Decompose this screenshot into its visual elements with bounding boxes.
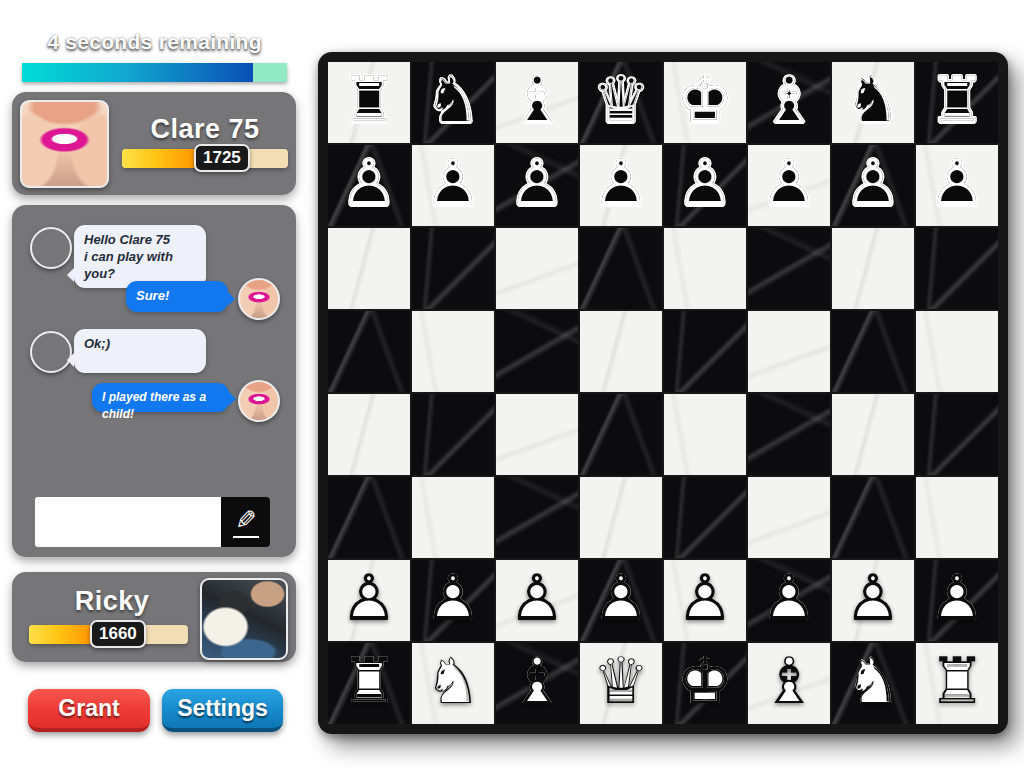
square-h1[interactable]: ♜♖ — [916, 643, 998, 724]
square-c6[interactable] — [496, 228, 578, 309]
square-f5[interactable] — [748, 311, 830, 392]
square-h6[interactable] — [916, 228, 998, 309]
settings-button[interactable]: Settings — [162, 689, 283, 732]
player-name-top: Clare 75 — [122, 114, 288, 145]
piece-white-rook[interactable]: ♜♖ — [916, 643, 998, 724]
square-e8[interactable]: ♚♔ — [664, 62, 746, 143]
piece-black-pawn[interactable]: ♟♙ — [748, 145, 830, 226]
square-g3[interactable] — [832, 477, 914, 558]
square-b3[interactable] — [412, 477, 494, 558]
piece-black-rook[interactable]: ♜♖ — [916, 62, 998, 143]
square-g5[interactable] — [832, 311, 914, 392]
avatar-ricky — [200, 578, 288, 660]
square-b5[interactable] — [412, 311, 494, 392]
piece-black-pawn[interactable]: ♟♙ — [328, 145, 410, 226]
piece-black-pawn[interactable]: ♟♙ — [580, 145, 662, 226]
square-f6[interactable] — [748, 228, 830, 309]
piece-black-pawn[interactable]: ♟♙ — [832, 145, 914, 226]
square-c3[interactable] — [496, 477, 578, 558]
square-b7[interactable]: ♟♙ — [412, 145, 494, 226]
square-f7[interactable]: ♟♙ — [748, 145, 830, 226]
square-g8[interactable]: ♞♘ — [832, 62, 914, 143]
piece-white-pawn[interactable]: ♟♙ — [412, 560, 494, 641]
chat-message: Sure! — [126, 281, 228, 312]
square-e3[interactable] — [664, 477, 746, 558]
avatar-clare-small — [238, 278, 280, 320]
piece-white-knight[interactable]: ♞♘ — [412, 643, 494, 724]
square-b2[interactable]: ♟♙ — [412, 560, 494, 641]
timer-fill — [22, 63, 253, 82]
rating-bar-top: 1725 — [122, 149, 288, 168]
pencil-icon: ✎ — [235, 507, 257, 533]
square-a2[interactable]: ♟♙ — [328, 560, 410, 641]
avatar-clare-small — [238, 380, 280, 422]
timer-label: 4 seconds remaining — [22, 30, 287, 54]
square-g2[interactable]: ♟♙ — [832, 560, 914, 641]
square-h2[interactable]: ♟♙ — [916, 560, 998, 641]
rating-badge-top: 1725 — [194, 144, 250, 172]
rating-bar-bottom: 1660 — [29, 625, 188, 644]
piece-white-bishop[interactable]: ♝♗ — [748, 643, 830, 724]
timer-bar — [22, 63, 287, 82]
piece-black-knight[interactable]: ♞♘ — [832, 62, 914, 143]
square-a7[interactable]: ♟♙ — [328, 145, 410, 226]
player-card-top: Clare 75 1725 — [12, 92, 296, 195]
square-f2[interactable]: ♟♙ — [748, 560, 830, 641]
player-name-bottom: Ricky — [22, 586, 202, 617]
chat-message: I played there as a child! — [92, 383, 229, 412]
square-h8[interactable]: ♜♖ — [916, 62, 998, 143]
piece-black-rook[interactable]: ♜♖ — [328, 62, 410, 143]
piece-black-pawn[interactable]: ♟♙ — [664, 145, 746, 226]
square-a1[interactable]: ♜♖ — [328, 643, 410, 724]
square-f8[interactable]: ♝♗ — [748, 62, 830, 143]
square-b6[interactable] — [412, 228, 494, 309]
piece-white-knight[interactable]: ♞♘ — [832, 643, 914, 724]
square-b8[interactable]: ♞♘ — [412, 62, 494, 143]
piece-white-king[interactable]: ♚♔ — [664, 643, 746, 724]
square-a8[interactable]: ♜♖ — [328, 62, 410, 143]
piece-white-pawn[interactable]: ♟♙ — [664, 560, 746, 641]
piece-white-queen[interactable]: ♛♕ — [580, 643, 662, 724]
square-a6[interactable] — [328, 228, 410, 309]
app-root: 4 seconds remaining Clare 75 1725 Hello … — [0, 0, 1024, 768]
piece-black-king[interactable]: ♚♔ — [664, 62, 746, 143]
square-c1[interactable]: ♝♗ — [496, 643, 578, 724]
square-f3[interactable] — [748, 477, 830, 558]
square-h4[interactable] — [916, 394, 998, 475]
square-b4[interactable] — [412, 394, 494, 475]
square-e7[interactable]: ♟♙ — [664, 145, 746, 226]
square-c2[interactable]: ♟♙ — [496, 560, 578, 641]
square-c7[interactable]: ♟♙ — [496, 145, 578, 226]
rating-fill-top — [122, 149, 197, 168]
square-h3[interactable] — [916, 477, 998, 558]
square-a4[interactable] — [328, 394, 410, 475]
square-h7[interactable]: ♟♙ — [916, 145, 998, 226]
square-d5[interactable] — [580, 311, 662, 392]
piece-white-pawn[interactable]: ♟♙ — [580, 560, 662, 641]
square-a5[interactable] — [328, 311, 410, 392]
piece-white-pawn[interactable]: ♟♙ — [328, 560, 410, 641]
chat-panel: Hello Clare 75 i can play with you? Sure… — [12, 205, 296, 557]
square-f1[interactable]: ♝♗ — [748, 643, 830, 724]
square-d4[interactable] — [580, 394, 662, 475]
rating-fill-bottom — [29, 625, 93, 644]
piece-white-pawn[interactable]: ♟♙ — [748, 560, 830, 641]
piece-black-knight[interactable]: ♞♘ — [412, 62, 494, 143]
chess-board: ♜♖♞♘♝♗♛♕♚♔♝♗♞♘♜♖♟♙♟♙♟♙♟♙♟♙♟♙♟♙♟♙♟♙♟♙♟♙♟♙… — [318, 52, 1008, 734]
square-d8[interactable]: ♛♕ — [580, 62, 662, 143]
avatar-clare — [20, 100, 109, 188]
square-f4[interactable] — [748, 394, 830, 475]
square-a3[interactable] — [328, 477, 410, 558]
grant-button[interactable]: Grant — [28, 689, 150, 732]
square-e2[interactable]: ♟♙ — [664, 560, 746, 641]
chat-input[interactable] — [35, 497, 221, 547]
piece-white-bishop[interactable]: ♝♗ — [496, 643, 578, 724]
square-g7[interactable]: ♟♙ — [832, 145, 914, 226]
player-card-bottom: Ricky 1660 — [12, 572, 296, 662]
square-d7[interactable]: ♟♙ — [580, 145, 662, 226]
square-b1[interactable]: ♞♘ — [412, 643, 494, 724]
square-d1[interactable]: ♛♕ — [580, 643, 662, 724]
piece-black-pawn[interactable]: ♟♙ — [916, 145, 998, 226]
piece-black-pawn[interactable]: ♟♙ — [412, 145, 494, 226]
square-e6[interactable] — [664, 228, 746, 309]
square-g1[interactable]: ♞♘ — [832, 643, 914, 724]
send-message-button[interactable]: ✎ — [221, 497, 270, 547]
square-c5[interactable] — [496, 311, 578, 392]
piece-white-pawn[interactable]: ♟♙ — [496, 560, 578, 641]
square-d6[interactable] — [580, 228, 662, 309]
rating-badge-bottom: 1660 — [90, 620, 146, 648]
piece-black-pawn[interactable]: ♟♙ — [496, 145, 578, 226]
piece-white-pawn[interactable]: ♟♙ — [832, 560, 914, 641]
piece-black-queen[interactable]: ♛♕ — [580, 62, 662, 143]
pencil-underline — [233, 536, 259, 538]
square-d2[interactable]: ♟♙ — [580, 560, 662, 641]
square-g4[interactable] — [832, 394, 914, 475]
chat-message: Ok;) — [74, 329, 206, 373]
square-g6[interactable] — [832, 228, 914, 309]
chat-message: Hello Clare 75 i can play with you? — [74, 225, 206, 288]
piece-white-pawn[interactable]: ♟♙ — [916, 560, 998, 641]
square-h5[interactable] — [916, 311, 998, 392]
piece-black-bishop[interactable]: ♝♗ — [748, 62, 830, 143]
piece-black-bishop[interactable]: ♝♗ — [496, 62, 578, 143]
square-e4[interactable] — [664, 394, 746, 475]
square-e5[interactable] — [664, 311, 746, 392]
square-e1[interactable]: ♚♔ — [664, 643, 746, 724]
avatar-opponent — [30, 227, 72, 269]
square-d3[interactable] — [580, 477, 662, 558]
piece-white-rook[interactable]: ♜♖ — [328, 643, 410, 724]
avatar-opponent — [30, 331, 72, 373]
square-c8[interactable]: ♝♗ — [496, 62, 578, 143]
square-c4[interactable] — [496, 394, 578, 475]
chess-board-grid: ♜♖♞♘♝♗♛♕♚♔♝♗♞♘♜♖♟♙♟♙♟♙♟♙♟♙♟♙♟♙♟♙♟♙♟♙♟♙♟♙… — [328, 62, 998, 724]
